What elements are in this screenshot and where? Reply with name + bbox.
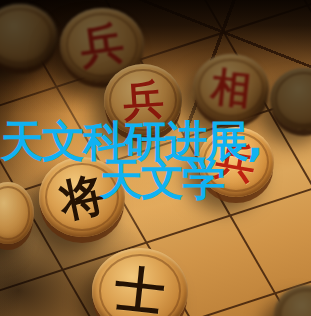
piece-character: 相 xyxy=(209,66,253,110)
piece-character: 兵 xyxy=(77,20,127,70)
xiangqi-piece-black-advisor: 士 xyxy=(92,248,188,316)
piece-rim xyxy=(275,72,311,125)
piece-rim xyxy=(0,186,30,239)
xiangqi-piece-side-view-piece xyxy=(0,182,34,244)
piece-rim xyxy=(279,289,311,316)
xiangqi-piece-red-soldier: 兵 xyxy=(104,64,182,136)
piece-rim xyxy=(0,8,52,63)
xiangqi-piece-red-piece-under-text: 兵 xyxy=(198,127,274,197)
piece-character: 士 xyxy=(113,264,168,316)
xiangqi-piece-shadow-piece-corner xyxy=(274,285,311,316)
piece-character: 兵 xyxy=(121,78,165,122)
piece-character: 将 xyxy=(55,170,108,223)
xiangqi-piece-shadow-piece-1 xyxy=(0,4,57,68)
xiangqi-piece-black-general: 将 xyxy=(39,157,125,237)
pieces-layer: 兵兵相兵将士 xyxy=(0,0,311,316)
xiangqi-piece-shadow-piece-right xyxy=(270,68,311,130)
xiangqi-photo: 兵兵相兵将士 天文科研进展, 天文学 xyxy=(0,0,311,316)
piece-character: 兵 xyxy=(213,139,259,185)
xiangqi-piece-red-elephant-blurred: 相 xyxy=(193,54,269,122)
